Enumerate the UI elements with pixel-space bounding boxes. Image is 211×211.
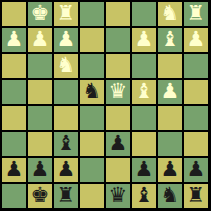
piece-white-pawn[interactable]: ♟ [57, 29, 76, 50]
piece-white-knight[interactable]: ♞ [57, 55, 76, 76]
square-h3[interactable] [2, 54, 26, 78]
piece-black-pawn[interactable]: ♟ [57, 159, 76, 180]
square-g7[interactable]: ♟ [28, 158, 52, 182]
square-a5[interactable] [184, 106, 208, 130]
piece-white-pawn[interactable]: ♟ [135, 29, 154, 50]
square-g5[interactable] [28, 106, 52, 130]
piece-white-rook[interactable]: ♜ [187, 3, 206, 24]
square-f6[interactable]: ♝ [54, 132, 78, 156]
square-f8[interactable]: ♜ [54, 184, 78, 208]
square-a1[interactable]: ♜ [184, 2, 208, 26]
piece-black-pawn[interactable]: ♟ [187, 159, 206, 180]
square-e1[interactable] [80, 2, 104, 26]
piece-black-knight[interactable]: ♞ [83, 81, 102, 102]
square-h2[interactable]: ♟ [2, 28, 26, 52]
square-f1[interactable]: ♜ [54, 2, 78, 26]
square-e7[interactable] [80, 158, 104, 182]
square-g3[interactable] [28, 54, 52, 78]
square-a4[interactable] [184, 80, 208, 104]
square-e2[interactable] [80, 28, 104, 52]
square-g1[interactable]: ♚ [28, 2, 52, 26]
square-h4[interactable] [2, 80, 26, 104]
square-c5[interactable] [132, 106, 156, 130]
square-a8[interactable]: ♜ [184, 184, 208, 208]
square-a3[interactable] [184, 54, 208, 78]
piece-white-pawn[interactable]: ♟ [161, 81, 180, 102]
piece-white-bishop[interactable]: ♝ [161, 29, 180, 50]
square-b6[interactable] [158, 132, 182, 156]
piece-black-king[interactable]: ♚ [31, 185, 50, 206]
piece-white-bishop[interactable]: ♝ [135, 81, 154, 102]
piece-white-king[interactable]: ♚ [31, 3, 50, 24]
square-a6[interactable] [184, 132, 208, 156]
square-c4[interactable]: ♝ [132, 80, 156, 104]
square-c3[interactable] [132, 54, 156, 78]
piece-white-pawn[interactable]: ♟ [187, 29, 206, 50]
piece-black-knight[interactable]: ♞ [161, 185, 180, 206]
square-b3[interactable] [158, 54, 182, 78]
square-g4[interactable] [28, 80, 52, 104]
square-h6[interactable] [2, 132, 26, 156]
chess-board-grid: ♚♜♞♜♟♟♟♟♝♟♞♞♛♝♟♝♟♟♟♟♟♟♟♚♜♛♝♞♜ [2, 2, 208, 208]
square-f4[interactable] [54, 80, 78, 104]
square-c7[interactable]: ♟ [132, 158, 156, 182]
square-d4[interactable]: ♛ [106, 80, 130, 104]
square-a7[interactable]: ♟ [184, 158, 208, 182]
square-c6[interactable] [132, 132, 156, 156]
square-e5[interactable] [80, 106, 104, 130]
piece-white-pawn[interactable]: ♟ [31, 29, 50, 50]
square-a2[interactable]: ♟ [184, 28, 208, 52]
square-f2[interactable]: ♟ [54, 28, 78, 52]
piece-white-pawn[interactable]: ♟ [5, 29, 24, 50]
piece-white-rook[interactable]: ♜ [57, 3, 76, 24]
piece-black-pawn[interactable]: ♟ [5, 159, 24, 180]
square-b8[interactable]: ♞ [158, 184, 182, 208]
piece-black-queen[interactable]: ♛ [109, 185, 128, 206]
square-c8[interactable]: ♝ [132, 184, 156, 208]
piece-black-pawn[interactable]: ♟ [161, 159, 180, 180]
square-b4[interactable]: ♟ [158, 80, 182, 104]
square-d2[interactable] [106, 28, 130, 52]
square-f7[interactable]: ♟ [54, 158, 78, 182]
square-d3[interactable] [106, 54, 130, 78]
square-h5[interactable] [2, 106, 26, 130]
square-h7[interactable]: ♟ [2, 158, 26, 182]
square-f5[interactable] [54, 106, 78, 130]
square-b5[interactable] [158, 106, 182, 130]
square-g6[interactable] [28, 132, 52, 156]
square-f3[interactable]: ♞ [54, 54, 78, 78]
square-b2[interactable]: ♝ [158, 28, 182, 52]
board-frame: ♚♜♞♜♟♟♟♟♝♟♞♞♛♝♟♝♟♟♟♟♟♟♟♚♜♛♝♞♜ [0, 0, 211, 211]
square-d7[interactable] [106, 158, 130, 182]
square-d6[interactable]: ♟ [106, 132, 130, 156]
square-b7[interactable]: ♟ [158, 158, 182, 182]
square-d5[interactable] [106, 106, 130, 130]
piece-white-knight[interactable]: ♞ [161, 3, 180, 24]
piece-black-rook[interactable]: ♜ [187, 185, 206, 206]
square-c1[interactable] [132, 2, 156, 26]
square-c2[interactable]: ♟ [132, 28, 156, 52]
square-b1[interactable]: ♞ [158, 2, 182, 26]
piece-black-pawn[interactable]: ♟ [135, 159, 154, 180]
square-e6[interactable] [80, 132, 104, 156]
square-e4[interactable]: ♞ [80, 80, 104, 104]
piece-black-pawn[interactable]: ♟ [109, 133, 128, 154]
piece-black-bishop[interactable]: ♝ [57, 133, 76, 154]
square-d8[interactable]: ♛ [106, 184, 130, 208]
square-e3[interactable] [80, 54, 104, 78]
piece-white-queen[interactable]: ♛ [109, 81, 128, 102]
piece-black-pawn[interactable]: ♟ [31, 159, 50, 180]
square-e8[interactable] [80, 184, 104, 208]
piece-black-rook[interactable]: ♜ [57, 185, 76, 206]
square-h1[interactable] [2, 2, 26, 26]
square-g8[interactable]: ♚ [28, 184, 52, 208]
square-g2[interactable]: ♟ [28, 28, 52, 52]
square-d1[interactable] [106, 2, 130, 26]
piece-black-bishop[interactable]: ♝ [135, 185, 154, 206]
square-h8[interactable] [2, 184, 26, 208]
